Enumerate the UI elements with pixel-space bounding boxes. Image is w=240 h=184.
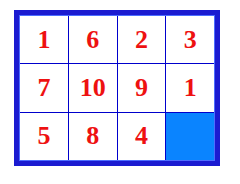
tile-1-r1c3[interactable]: 1 — [166, 64, 214, 111]
tile-9-r1c2[interactable]: 9 — [118, 64, 166, 111]
tile-7-r1c0[interactable]: 7 — [20, 64, 68, 111]
tile-2-r0c2[interactable]: 2 — [118, 16, 166, 63]
puzzle-grid: 162371091584 — [20, 16, 214, 160]
tile-8-r2c1[interactable]: 8 — [69, 113, 117, 160]
tile-10-r1c1[interactable]: 10 — [69, 64, 117, 111]
puzzle-screenshot: 162371091584 — [0, 0, 240, 184]
tile-1-r0c0[interactable]: 1 — [20, 16, 68, 63]
blank-cell — [166, 113, 214, 160]
tile-3-r0c3[interactable]: 3 — [166, 16, 214, 63]
puzzle-board: 162371091584 — [14, 10, 220, 166]
tile-6-r0c1[interactable]: 6 — [69, 16, 117, 63]
tile-4-r2c2[interactable]: 4 — [118, 113, 166, 160]
tile-5-r2c0[interactable]: 5 — [20, 113, 68, 160]
